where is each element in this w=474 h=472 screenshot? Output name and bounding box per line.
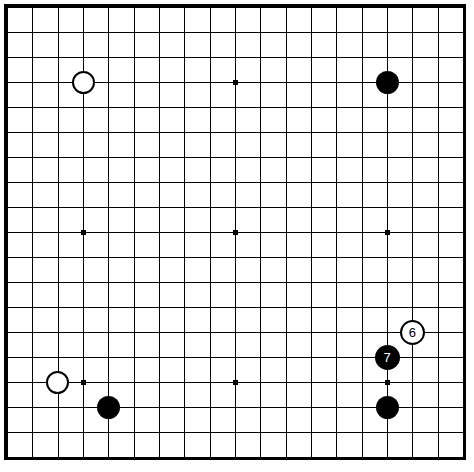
stone-white	[72, 71, 95, 94]
stone-black-7: 7	[375, 345, 400, 370]
star-point	[233, 230, 238, 235]
star-point	[385, 380, 390, 385]
go-diagram: 67	[0, 0, 474, 472]
stone-black	[97, 396, 120, 419]
stone-white	[46, 371, 69, 394]
star-point	[81, 380, 86, 385]
stone-white-6: 6	[400, 320, 425, 345]
board-overlay: 67	[7, 7, 463, 457]
stone-black	[376, 71, 399, 94]
stone-black	[376, 396, 399, 419]
star-point	[233, 80, 238, 85]
go-board: 67	[4, 4, 466, 460]
star-point	[233, 380, 238, 385]
star-point	[81, 230, 86, 235]
move-number-label: 6	[409, 326, 416, 339]
move-number-label: 7	[383, 351, 390, 364]
star-point	[385, 230, 390, 235]
